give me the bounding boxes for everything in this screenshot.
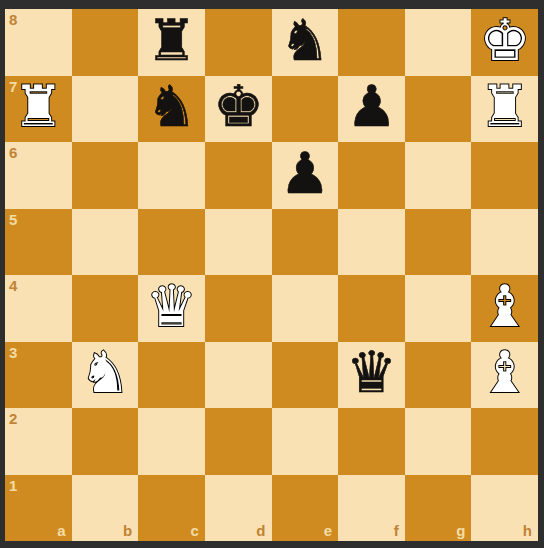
chess-board: 8♜♞♚7♜♞♚♟♜6♟54♛♝3♞♛♝21abcdefgh [5,9,538,541]
square-f6[interactable] [338,142,405,209]
square-a6[interactable]: 6 [5,142,72,209]
rank-label-4: 4 [9,278,17,293]
square-a7[interactable]: 7♜ [5,76,72,143]
square-c4[interactable]: ♛ [138,275,205,342]
square-e1[interactable]: e [272,475,339,542]
square-h3[interactable]: ♝ [471,342,538,409]
black-knight[interactable]: ♞ [146,78,197,135]
white-bishop[interactable]: ♝ [479,344,530,401]
black-pawn[interactable]: ♟ [346,78,397,135]
file-label-c: c [191,523,199,538]
square-d1[interactable]: d [205,475,272,542]
square-h1[interactable]: h [471,475,538,542]
square-d7[interactable]: ♚ [205,76,272,143]
square-a1[interactable]: 1a [5,475,72,542]
square-g2[interactable] [405,408,472,475]
square-b7[interactable] [72,76,139,143]
rank-label-5: 5 [9,212,17,227]
square-c3[interactable] [138,342,205,409]
square-a8[interactable]: 8 [5,9,72,76]
rank-label-1: 1 [9,478,17,493]
square-e2[interactable] [272,408,339,475]
square-b1[interactable]: b [72,475,139,542]
board-frame: 8♜♞♚7♜♞♚♟♜6♟54♛♝3♞♛♝21abcdefgh [0,0,544,548]
square-e4[interactable] [272,275,339,342]
square-f3[interactable]: ♛ [338,342,405,409]
square-b6[interactable] [72,142,139,209]
black-pawn[interactable]: ♟ [279,145,330,202]
square-c1[interactable]: c [138,475,205,542]
file-label-b: b [123,523,132,538]
square-h6[interactable] [471,142,538,209]
square-f1[interactable]: f [338,475,405,542]
file-label-f: f [394,523,399,538]
square-g4[interactable] [405,275,472,342]
square-c5[interactable] [138,209,205,276]
square-h5[interactable] [471,209,538,276]
white-queen[interactable]: ♛ [146,278,197,335]
square-e7[interactable] [272,76,339,143]
square-a5[interactable]: 5 [5,209,72,276]
square-d8[interactable] [205,9,272,76]
rank-label-6: 6 [9,145,17,160]
square-e6[interactable]: ♟ [272,142,339,209]
square-g8[interactable] [405,9,472,76]
square-g3[interactable] [405,342,472,409]
rank-label-3: 3 [9,345,17,360]
file-label-g: g [456,523,465,538]
square-g6[interactable] [405,142,472,209]
file-label-d: d [256,523,265,538]
square-a2[interactable]: 2 [5,408,72,475]
square-b2[interactable] [72,408,139,475]
file-label-e: e [324,523,332,538]
square-c8[interactable]: ♜ [138,9,205,76]
square-b5[interactable] [72,209,139,276]
rank-label-2: 2 [9,411,17,426]
black-rook[interactable]: ♜ [146,12,197,69]
square-b4[interactable] [72,275,139,342]
white-knight[interactable]: ♞ [79,344,130,401]
square-f8[interactable] [338,9,405,76]
square-b3[interactable]: ♞ [72,342,139,409]
square-h7[interactable]: ♜ [471,76,538,143]
square-g1[interactable]: g [405,475,472,542]
square-h4[interactable]: ♝ [471,275,538,342]
square-f4[interactable] [338,275,405,342]
square-d3[interactable] [205,342,272,409]
white-rook[interactable]: ♜ [13,78,64,135]
square-h8[interactable]: ♚ [471,9,538,76]
square-f7[interactable]: ♟ [338,76,405,143]
square-d2[interactable] [205,408,272,475]
square-b8[interactable] [72,9,139,76]
square-d5[interactable] [205,209,272,276]
white-rook[interactable]: ♜ [479,78,530,135]
white-bishop[interactable]: ♝ [479,278,530,335]
black-queen[interactable]: ♛ [346,344,397,401]
square-a3[interactable]: 3 [5,342,72,409]
square-g7[interactable] [405,76,472,143]
square-h2[interactable] [471,408,538,475]
square-a4[interactable]: 4 [5,275,72,342]
square-f2[interactable] [338,408,405,475]
square-e8[interactable]: ♞ [272,9,339,76]
square-d4[interactable] [205,275,272,342]
white-king[interactable]: ♚ [479,12,530,69]
square-d6[interactable] [205,142,272,209]
file-label-h: h [523,523,532,538]
square-c6[interactable] [138,142,205,209]
square-c2[interactable] [138,408,205,475]
rank-label-8: 8 [9,12,17,27]
square-e5[interactable] [272,209,339,276]
black-knight[interactable]: ♞ [279,12,330,69]
square-g5[interactable] [405,209,472,276]
square-f5[interactable] [338,209,405,276]
file-label-a: a [57,523,65,538]
square-c7[interactable]: ♞ [138,76,205,143]
black-king[interactable]: ♚ [213,78,264,135]
square-e3[interactable] [272,342,339,409]
